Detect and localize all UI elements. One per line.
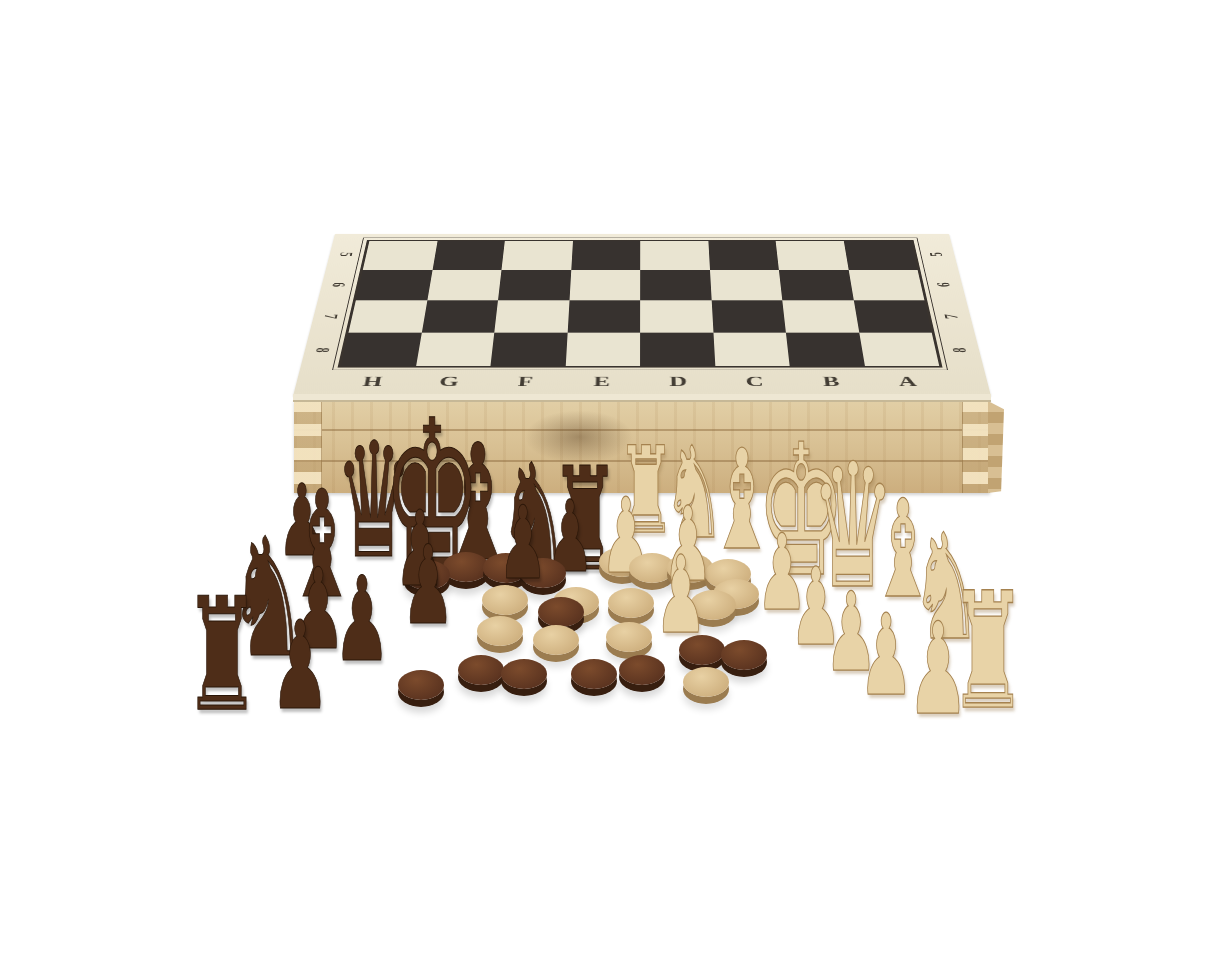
chess-piece-dark-pawn: ♟ [498, 493, 548, 594]
chess-piece-light-pawn: ♟ [858, 599, 913, 711]
checker-disc-light [606, 622, 652, 652]
checker-disc-light [608, 588, 654, 618]
checker-disc-light [683, 667, 729, 697]
chess-piece-light-pawn: ♟ [655, 542, 708, 649]
checker-disc-light [477, 616, 523, 646]
checker-disc-dark [679, 635, 725, 665]
checker-disc-dark [398, 670, 444, 700]
pieces-layer: ♜♞♟♝♛♚♝♞♜♟♟♟♟♟♟♟♜♞♝♚♛♝♞♜♟♟♟♟♟♟♟♟ [0, 0, 1218, 960]
checker-disc-dark [721, 640, 767, 670]
chess-piece-light-pawn: ♟ [907, 606, 970, 733]
checker-disc-light [482, 585, 528, 615]
chess-piece-dark-pawn: ♟ [401, 531, 455, 640]
chess-piece-dark-rook: ♜ [184, 577, 261, 733]
product-photo-stage: HGFEDCBA 5678 5678 ♜♞♟♝♛♚♝♞♜♟♟♟♟♟♟♟♜♞♝♚♛… [0, 0, 1218, 960]
checker-disc-dark [619, 655, 665, 685]
chess-piece-dark-pawn: ♟ [270, 605, 330, 727]
checker-disc-light [533, 625, 579, 655]
checker-disc-dark [538, 597, 584, 627]
checker-disc-dark [501, 659, 547, 689]
checker-disc-dark [458, 655, 504, 685]
checker-disc-dark [571, 659, 617, 689]
chess-piece-dark-pawn: ♟ [333, 561, 391, 678]
